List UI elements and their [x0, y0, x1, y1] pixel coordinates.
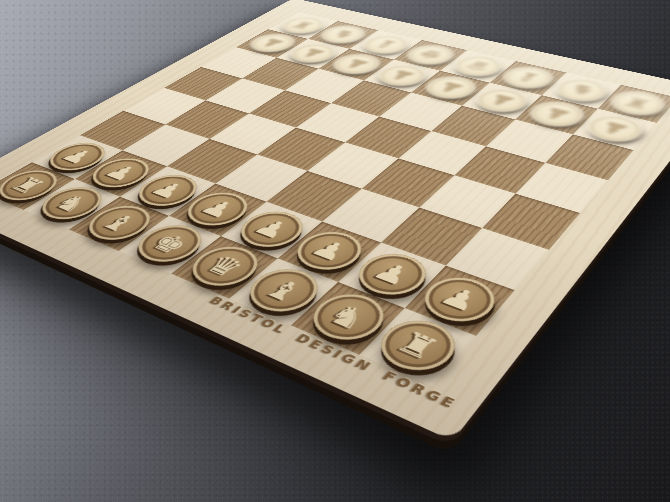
- king-glyph: ♚: [413, 47, 448, 62]
- chess-board: ♜♞♝♚♛♝♞♜♟♟♟♟♟♟♟♟♟♟♟♟♟♟♟♟♜♞♝♚♛♝♞♜ BRISTOL…: [0, 0, 670, 441]
- pawn-glyph: ♟: [537, 105, 576, 124]
- pawn-glyph: ♟: [248, 215, 296, 242]
- bishop-glyph: ♝: [369, 37, 403, 51]
- bishop-glyph: ♝: [95, 210, 143, 236]
- knight-glyph: ♞: [321, 299, 375, 334]
- pawn-glyph: ♟: [434, 282, 486, 316]
- king-glyph: ♚: [145, 229, 194, 257]
- pawn-glyph: ♟: [56, 146, 99, 167]
- knight-glyph: ♞: [49, 191, 96, 216]
- pawn-glyph: ♟: [339, 56, 374, 71]
- bishop-glyph: ♝: [510, 69, 546, 85]
- pawn-glyph: ♟: [99, 161, 143, 183]
- pawn-glyph: ♟: [145, 178, 190, 202]
- pawn-glyph: ♟: [367, 258, 417, 289]
- pawn-glyph: ♟: [255, 36, 289, 50]
- chess-board-grid: ♜♞♝♚♛♝♞♜♟♟♟♟♟♟♟♟♟♟♟♟♟♟♟♟♜♞♝♚♛♝♞♜: [0, 12, 670, 386]
- scene-background: ♜♞♝♚♛♝♞♜♟♟♟♟♟♟♟♟♟♟♟♟♟♟♟♟♜♞♝♚♛♝♞♜ BRISTOL…: [0, 0, 670, 502]
- rook-glyph: ♜: [5, 174, 50, 197]
- pawn-glyph: ♟: [384, 67, 420, 83]
- bishop-glyph: ♝: [258, 274, 310, 307]
- pawn-glyph: ♟: [305, 236, 354, 265]
- queen-glyph: ♛: [199, 251, 250, 281]
- pawn-glyph: ♟: [432, 79, 469, 96]
- queen-glyph: ♛: [460, 58, 495, 74]
- rook-glyph: ♜: [287, 19, 320, 32]
- pawn-glyph: ♟: [195, 196, 241, 221]
- rook-glyph: ♜: [390, 326, 445, 364]
- pawn-glyph: ♟: [483, 91, 521, 109]
- knight-glyph: ♞: [327, 28, 360, 41]
- pawn-glyph: ♟: [296, 46, 331, 61]
- rook-glyph: ♜: [619, 94, 657, 112]
- knight-glyph: ♞: [563, 81, 600, 98]
- pawn-glyph: ♟: [595, 119, 634, 139]
